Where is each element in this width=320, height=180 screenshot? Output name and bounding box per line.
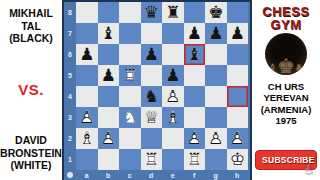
- square-d8: ♛: [141, 2, 163, 23]
- square-e2: [162, 128, 184, 149]
- square-b2: ♟♙: [98, 128, 120, 149]
- square-a1: [76, 149, 98, 170]
- square-a3: ♟♙: [76, 107, 98, 128]
- square-b6: [98, 44, 120, 65]
- square-c8: [119, 2, 141, 23]
- video-thumbnail: MIKHAIL TAL (BLACK) VS. DAVID BRONSTEIN …: [0, 0, 320, 180]
- square-f8: [184, 2, 206, 23]
- side-to-move-indicator: [67, 172, 73, 178]
- black-pawn: ♟: [162, 65, 184, 86]
- chess-board: 87654321 ♛♜♚♝♟♟♟♟♟♝♟♜♖♟♞♟♙♟♙♞♘♛♕♝♗♝♗♟♙♟♙…: [62, 0, 252, 180]
- square-d6: ♟: [141, 44, 163, 65]
- black-pawn: ♟: [184, 23, 206, 44]
- black-pawn: ♟: [98, 65, 120, 86]
- white-pawn: ♟♙: [162, 86, 184, 107]
- square-c5: ♜♖: [119, 65, 141, 86]
- rank-label-3: 3: [64, 107, 76, 128]
- white-rook: ♜♖: [119, 65, 141, 86]
- file-label-g: g: [205, 170, 227, 180]
- square-g3: [205, 107, 227, 128]
- square-g2: ♟♙: [205, 128, 227, 149]
- square-h1: ♚♔: [227, 149, 249, 170]
- square-g7: ♟: [205, 23, 227, 44]
- file-label-b: b: [98, 170, 120, 180]
- vs-text: VS.: [0, 81, 62, 98]
- file-label-e: e: [162, 170, 184, 180]
- white-queen: ♛♕: [141, 107, 163, 128]
- square-a4: [76, 86, 98, 107]
- square-h7: ♟: [227, 23, 249, 44]
- square-b1: [98, 149, 120, 170]
- square-c6: [119, 44, 141, 65]
- file-label-h: h: [227, 170, 249, 180]
- square-b8: [98, 2, 120, 23]
- file-label-a: a: [76, 170, 98, 180]
- event-info: CH URS YEREVAN (ARMENIA) 1975: [261, 81, 312, 127]
- white-pawn: ♟♙: [227, 128, 249, 149]
- square-h5: [227, 65, 249, 86]
- white-bishop: ♝♗: [76, 128, 98, 149]
- white-pawn: ♟♙: [205, 128, 227, 149]
- channel-name-line2: GYM: [262, 18, 309, 31]
- black-rook: ♜: [162, 2, 184, 23]
- black-pawn: ♟: [227, 23, 249, 44]
- square-a5: [76, 65, 98, 86]
- square-a8: [76, 2, 98, 23]
- rank-label-8: 8: [64, 2, 76, 23]
- square-d1: ♜♖: [141, 149, 163, 170]
- board-squares: ♛♜♚♝♟♟♟♟♟♝♟♜♖♟♞♟♙♟♙♞♘♛♕♝♗♝♗♟♙♟♙♟♙♟♙♜♖♜♖♚…: [76, 2, 248, 170]
- square-d7: [141, 23, 163, 44]
- square-e1: [162, 149, 184, 170]
- rank-label-7: 7: [64, 23, 76, 44]
- square-a6: ♟: [76, 44, 98, 65]
- square-g1: [205, 149, 227, 170]
- square-f5: [184, 65, 206, 86]
- square-c2: [119, 128, 141, 149]
- square-h2: ♟♙: [227, 128, 249, 149]
- square-g5: [205, 65, 227, 86]
- square-c7: [119, 23, 141, 44]
- square-f4: [184, 86, 206, 107]
- event-line-1: CH URS: [261, 81, 312, 92]
- square-h4: [227, 86, 249, 107]
- black-queen: ♛: [141, 2, 163, 23]
- white-player-block: DAVID BRONSTEIN (WHITE): [0, 134, 62, 172]
- players-panel: MIKHAIL TAL (BLACK) VS. DAVID BRONSTEIN …: [0, 0, 62, 180]
- white-player-label: (WHITE): [0, 159, 62, 172]
- square-f7: ♟: [184, 23, 206, 44]
- square-b4: [98, 86, 120, 107]
- square-a7: [76, 23, 98, 44]
- square-f1: ♜♖: [184, 149, 206, 170]
- square-e7: [162, 23, 184, 44]
- subscribe-button[interactable]: SUBSCRIBE ☝: [255, 150, 317, 170]
- square-d5: [141, 65, 163, 86]
- square-h3: [227, 107, 249, 128]
- white-king: ♚♔: [227, 149, 249, 170]
- black-player-label: (BLACK): [0, 32, 62, 45]
- square-b3: [98, 107, 120, 128]
- black-player-block: MIKHAIL TAL (BLACK): [0, 7, 62, 45]
- black-king: ♚: [205, 2, 227, 23]
- file-label-f: f: [184, 170, 206, 180]
- square-g6: [205, 44, 227, 65]
- channel-logo: ♝ ♚ ♞: [265, 33, 307, 75]
- black-pawn: ♟: [205, 23, 227, 44]
- square-h8: [227, 2, 249, 23]
- file-label-d: d: [141, 170, 163, 180]
- square-c3: ♞♘: [119, 107, 141, 128]
- white-rook: ♜♖: [184, 149, 206, 170]
- channel-name: CHESS GYM: [262, 5, 309, 31]
- square-g8: ♚: [205, 2, 227, 23]
- square-f3: [184, 107, 206, 128]
- logo-king-icon: ♚: [277, 57, 295, 75]
- square-f2: ♟♙: [184, 128, 206, 149]
- square-b7: ♝: [98, 23, 120, 44]
- rank-label-5: 5: [64, 65, 76, 86]
- square-d2: [141, 128, 163, 149]
- rank-label-2: 2: [64, 128, 76, 149]
- event-line-4: 1975: [261, 115, 312, 126]
- square-e6: [162, 44, 184, 65]
- square-d4: ♞: [141, 86, 163, 107]
- square-b5: ♟: [98, 65, 120, 86]
- square-a2: ♝♗: [76, 128, 98, 149]
- white-bishop: ♝♗: [162, 107, 184, 128]
- black-knight: ♞: [141, 86, 163, 107]
- rank-label-4: 4: [64, 86, 76, 107]
- black-bishop: ♝: [98, 23, 120, 44]
- black-bishop: ♝: [184, 44, 206, 65]
- event-line-3: (ARMENIA): [261, 104, 312, 115]
- branding-panel: CHESS GYM ♝ ♚ ♞ CH URS YEREVAN (ARMENIA)…: [252, 0, 320, 180]
- rank-label-6: 6: [64, 44, 76, 65]
- square-f6: ♝: [184, 44, 206, 65]
- black-pawn: ♟: [76, 44, 98, 65]
- square-e4: ♟♙: [162, 86, 184, 107]
- file-label-c: c: [119, 170, 141, 180]
- white-pawn: ♟♙: [76, 107, 98, 128]
- square-g4: [205, 86, 227, 107]
- white-knight: ♞♘: [119, 107, 141, 128]
- event-line-2: YEREVAN: [261, 92, 312, 103]
- square-e5: ♟: [162, 65, 184, 86]
- white-pawn: ♟♙: [184, 128, 206, 149]
- white-rook: ♜♖: [141, 149, 163, 170]
- file-labels: abcdefgh: [76, 170, 248, 180]
- square-h6: [227, 44, 249, 65]
- logo-knight-icon: ♞: [294, 63, 306, 75]
- square-c4: [119, 86, 141, 107]
- rank-label-1: 1: [64, 149, 76, 170]
- square-e3: ♝♗: [162, 107, 184, 128]
- white-player-name: DAVID BRONSTEIN: [0, 134, 62, 159]
- black-player-name: MIKHAIL TAL: [0, 7, 62, 32]
- square-e8: ♜: [162, 2, 184, 23]
- square-d3: ♛♕: [141, 107, 163, 128]
- rank-labels: 87654321: [64, 2, 76, 170]
- black-pawn: ♟: [141, 44, 163, 65]
- square-c1: [119, 149, 141, 170]
- white-pawn: ♟♙: [98, 128, 120, 149]
